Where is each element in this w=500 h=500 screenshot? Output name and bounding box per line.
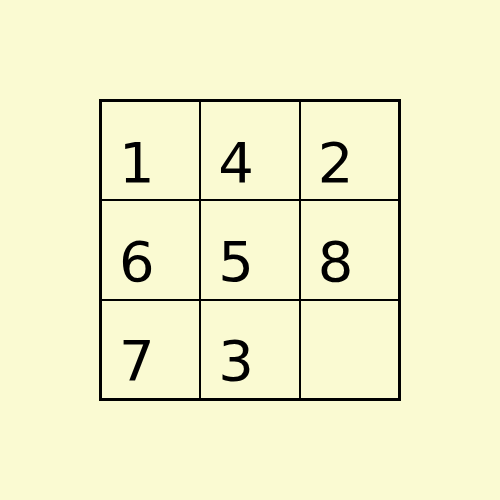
tile-number: 5 bbox=[218, 234, 254, 290]
tile-5[interactable]: 5 bbox=[200, 200, 299, 299]
puzzle-board: 1 4 2 6 5 8 7 3 bbox=[99, 99, 401, 401]
tile-6[interactable]: 6 bbox=[101, 200, 200, 299]
tile-2[interactable]: 2 bbox=[300, 101, 399, 200]
tile-3[interactable]: 3 bbox=[200, 300, 299, 399]
tile-8[interactable]: 8 bbox=[300, 200, 399, 299]
blank-cell bbox=[300, 300, 399, 399]
tile-number: 1 bbox=[119, 135, 155, 191]
tile-number: 7 bbox=[119, 333, 155, 389]
tile-number: 3 bbox=[218, 333, 254, 389]
tile-number: 8 bbox=[318, 234, 354, 290]
tile-4[interactable]: 4 bbox=[200, 101, 299, 200]
puzzle-page: { "game": "8-puzzle (3x3 sliding tile pu… bbox=[0, 0, 500, 500]
tile-1[interactable]: 1 bbox=[101, 101, 200, 200]
tile-7[interactable]: 7 bbox=[101, 300, 200, 399]
tile-number: 6 bbox=[119, 234, 155, 290]
tile-number: 4 bbox=[218, 135, 254, 191]
tile-number: 2 bbox=[318, 135, 354, 191]
